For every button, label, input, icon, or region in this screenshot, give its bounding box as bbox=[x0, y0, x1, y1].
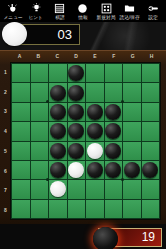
toolbar-newgame-button[interactable]: 新規対局 bbox=[95, 0, 118, 22]
board-grid bbox=[10, 62, 161, 220]
toolbar-info-button[interactable]: 情報 bbox=[71, 0, 94, 22]
cell-A8[interactable] bbox=[12, 200, 30, 218]
cell-D7[interactable] bbox=[68, 180, 86, 198]
cell-B2[interactable] bbox=[31, 83, 49, 101]
cell-A5[interactable] bbox=[12, 142, 30, 160]
star-point bbox=[121, 100, 124, 103]
black-stone bbox=[87, 123, 103, 139]
cell-C1[interactable] bbox=[49, 64, 67, 82]
cell-A6[interactable] bbox=[12, 161, 30, 179]
cell-B8[interactable] bbox=[31, 200, 49, 218]
cell-G2[interactable] bbox=[123, 83, 141, 101]
toolbar-settings-label: 設定 bbox=[148, 15, 158, 20]
cell-A2[interactable] bbox=[12, 83, 30, 101]
black-stone bbox=[105, 143, 121, 159]
cell-E4[interactable] bbox=[86, 122, 104, 140]
cell-B6[interactable] bbox=[31, 161, 49, 179]
row-label-5: 5 bbox=[1, 141, 10, 161]
toolbar-loadsave-button[interactable]: 読込/保存 bbox=[118, 0, 141, 22]
cell-B1[interactable] bbox=[31, 64, 49, 82]
black-stone bbox=[105, 104, 121, 120]
black-stone bbox=[68, 143, 84, 159]
black-stone bbox=[68, 65, 84, 81]
cell-F3[interactable] bbox=[105, 103, 123, 121]
black-stone bbox=[68, 104, 84, 120]
cell-B7[interactable] bbox=[31, 180, 49, 198]
black-stone bbox=[105, 123, 121, 139]
toolbar-newgame-label: 新規対局 bbox=[97, 15, 116, 20]
lightbulb-icon bbox=[31, 3, 42, 14]
cell-E8[interactable] bbox=[86, 200, 104, 218]
new-game-board-icon bbox=[101, 3, 112, 14]
cell-H1[interactable] bbox=[142, 64, 160, 82]
cell-G3[interactable] bbox=[123, 103, 141, 121]
cell-H6[interactable] bbox=[142, 161, 160, 179]
black-stone bbox=[87, 104, 103, 120]
folder-icon bbox=[124, 3, 135, 14]
row-label-2: 2 bbox=[1, 82, 10, 102]
toolbar-settings-button[interactable]: 設定 bbox=[142, 0, 165, 22]
black-stone bbox=[50, 123, 66, 139]
cell-C8[interactable] bbox=[49, 200, 67, 218]
cell-G7[interactable] bbox=[123, 180, 141, 198]
black-player-stone-turn-indicator bbox=[93, 227, 118, 249]
black-stone bbox=[50, 104, 66, 120]
cell-D2[interactable] bbox=[68, 83, 86, 101]
toolbar: メニュー ヒント 棋譜 情報 新規対局 bbox=[0, 0, 166, 22]
toolbar-menu-label: メニュー bbox=[3, 15, 22, 20]
cell-D3[interactable] bbox=[68, 103, 86, 121]
othello-board: ABCDEFGH 12345678 bbox=[0, 50, 166, 224]
cell-D6[interactable] bbox=[68, 161, 86, 179]
cell-B5[interactable] bbox=[31, 142, 49, 160]
col-label-F: F bbox=[104, 52, 123, 61]
row-label-3: 3 bbox=[1, 102, 10, 122]
toolbar-record-label: 棋譜 bbox=[55, 15, 65, 20]
cell-H4[interactable] bbox=[142, 122, 160, 140]
col-label-G: G bbox=[123, 52, 142, 61]
white-stone bbox=[50, 181, 66, 197]
cell-G5[interactable] bbox=[123, 142, 141, 160]
cell-C3[interactable] bbox=[49, 103, 67, 121]
cell-F5[interactable] bbox=[105, 142, 123, 160]
row-label-4: 4 bbox=[1, 121, 10, 141]
cell-F1[interactable] bbox=[105, 64, 123, 82]
toolbar-hint-button[interactable]: ヒント bbox=[24, 0, 47, 22]
cell-D5[interactable] bbox=[68, 142, 86, 160]
cell-A7[interactable] bbox=[12, 180, 30, 198]
row-label-8: 8 bbox=[1, 200, 10, 220]
cell-F7[interactable] bbox=[105, 180, 123, 198]
toolbar-menu-button[interactable]: メニュー bbox=[1, 0, 24, 22]
col-label-C: C bbox=[48, 52, 67, 61]
cell-C4[interactable] bbox=[49, 122, 67, 140]
row-label-1: 1 bbox=[1, 62, 10, 82]
cell-E1[interactable] bbox=[86, 64, 104, 82]
black-stone bbox=[50, 143, 66, 159]
black-stone bbox=[124, 162, 140, 178]
cell-D8[interactable] bbox=[68, 200, 86, 218]
toolbar-hint-label: ヒント bbox=[29, 15, 44, 20]
cell-G6[interactable] bbox=[123, 161, 141, 179]
cell-D4[interactable] bbox=[68, 122, 86, 140]
cell-G1[interactable] bbox=[123, 64, 141, 82]
star-point bbox=[121, 178, 124, 181]
col-label-D: D bbox=[67, 52, 86, 61]
cell-F4[interactable] bbox=[105, 122, 123, 140]
cell-G8[interactable] bbox=[123, 200, 141, 218]
cell-H5[interactable] bbox=[142, 142, 160, 160]
row-label-6: 6 bbox=[1, 161, 10, 181]
wrench-icon bbox=[148, 3, 159, 14]
black-stone bbox=[68, 85, 84, 101]
cell-A1[interactable] bbox=[12, 64, 30, 82]
cell-C7[interactable] bbox=[49, 180, 67, 198]
stone-info-icon bbox=[77, 3, 88, 14]
black-stone bbox=[50, 85, 66, 101]
cell-E6[interactable] bbox=[86, 161, 104, 179]
white-stone bbox=[68, 162, 84, 178]
cell-H3[interactable] bbox=[142, 103, 160, 121]
col-label-B: B bbox=[29, 52, 48, 61]
row-label-7: 7 bbox=[1, 181, 10, 201]
record-grid-icon bbox=[54, 3, 65, 14]
cell-H7[interactable] bbox=[142, 180, 160, 198]
black-stone bbox=[105, 162, 121, 178]
black-score-value: 19 bbox=[142, 230, 155, 244]
white-stone bbox=[87, 143, 103, 159]
black-stone bbox=[142, 162, 158, 178]
cell-E7[interactable] bbox=[86, 180, 104, 198]
toolbar-record-button[interactable]: 棋譜 bbox=[48, 0, 71, 22]
cell-C2[interactable] bbox=[49, 83, 67, 101]
cell-H2[interactable] bbox=[142, 83, 160, 101]
toolbar-loadsave-label: 読込/保存 bbox=[120, 15, 140, 20]
cell-F2[interactable] bbox=[105, 83, 123, 101]
cell-C5[interactable] bbox=[49, 142, 67, 160]
cell-D1[interactable] bbox=[68, 64, 86, 82]
cell-A3[interactable] bbox=[12, 103, 30, 121]
cell-B3[interactable] bbox=[31, 103, 49, 121]
cell-H8[interactable] bbox=[142, 200, 160, 218]
cell-C6[interactable] bbox=[49, 161, 67, 179]
black-stone bbox=[87, 162, 103, 178]
hand-cursor-icon bbox=[7, 3, 18, 14]
cell-A4[interactable] bbox=[12, 122, 30, 140]
col-label-H: H bbox=[142, 52, 161, 61]
cell-E3[interactable] bbox=[86, 103, 104, 121]
cell-B4[interactable] bbox=[31, 122, 49, 140]
white-player-stone bbox=[2, 22, 27, 46]
cell-G4[interactable] bbox=[123, 122, 141, 140]
black-stone bbox=[68, 123, 84, 139]
cell-F6[interactable] bbox=[105, 161, 123, 179]
column-labels: ABCDEFGH bbox=[10, 52, 161, 61]
row-labels: 12345678 bbox=[1, 62, 10, 220]
cell-E2[interactable] bbox=[86, 83, 104, 101]
black-stone bbox=[50, 162, 66, 178]
col-label-A: A bbox=[10, 52, 29, 61]
cell-F8[interactable] bbox=[105, 200, 123, 218]
white-score-value: 03 bbox=[58, 27, 72, 42]
cell-E5[interactable] bbox=[86, 142, 104, 160]
app-screen: メニュー ヒント 棋譜 情報 新規対局 bbox=[0, 0, 166, 249]
col-label-E: E bbox=[86, 52, 105, 61]
toolbar-info-label: 情報 bbox=[78, 15, 88, 20]
